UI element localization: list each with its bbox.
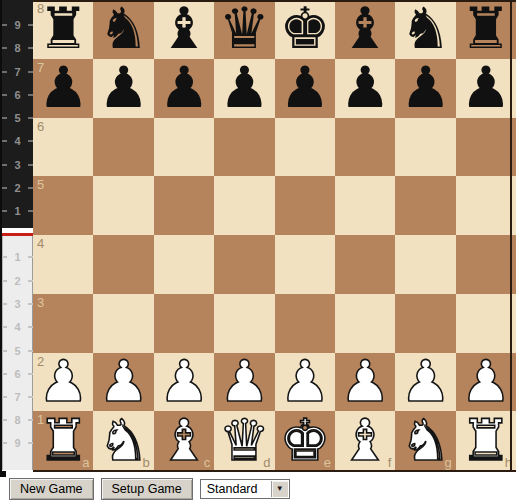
piece-black-knight[interactable]: ♞ bbox=[400, 0, 451, 57]
board-border-top bbox=[33, 0, 516, 2]
chess-app-window: 987654321123456789 8♜♞♝♛♚♝♞♜7♟♟♟♟♟♟♟♟654… bbox=[0, 0, 516, 500]
square-f5[interactable] bbox=[335, 176, 395, 235]
square-d4[interactable] bbox=[214, 235, 274, 294]
piece-white-pawn[interactable]: ♟ bbox=[158, 353, 209, 410]
square-h7[interactable]: ♟ bbox=[456, 59, 516, 118]
square-a5[interactable]: 5 bbox=[33, 176, 93, 235]
new-game-button[interactable]: New Game bbox=[9, 478, 94, 500]
square-b4[interactable] bbox=[93, 235, 153, 294]
square-h4[interactable] bbox=[456, 235, 516, 294]
square-f3[interactable] bbox=[335, 294, 395, 353]
chess-board-squares: 8♜♞♝♛♚♝♞♜7♟♟♟♟♟♟♟♟65432♟♟♟♟♟♟♟♟1a♜b♞c♝d♛… bbox=[33, 0, 516, 470]
square-h6[interactable] bbox=[456, 118, 516, 177]
toolbar: New Game Setup Game Standard ▼ bbox=[0, 477, 516, 500]
square-c3[interactable] bbox=[154, 294, 214, 353]
square-f1[interactable]: f♝ bbox=[335, 411, 395, 470]
square-c7[interactable]: ♟ bbox=[154, 59, 214, 118]
rank-label: 4 bbox=[37, 237, 44, 250]
square-h1[interactable]: h♜ bbox=[456, 411, 516, 470]
piece-black-pawn[interactable]: ♟ bbox=[400, 59, 451, 116]
square-b3[interactable] bbox=[93, 294, 153, 353]
square-a6[interactable]: 6 bbox=[33, 118, 93, 177]
square-d1[interactable]: d♛ bbox=[214, 411, 274, 470]
square-g1[interactable]: g♞ bbox=[395, 411, 455, 470]
square-d2[interactable]: ♟ bbox=[214, 353, 274, 412]
square-f4[interactable] bbox=[335, 235, 395, 294]
piece-white-rook[interactable]: ♜ bbox=[38, 411, 89, 468]
piece-black-pawn[interactable]: ♟ bbox=[340, 59, 391, 116]
piece-white-pawn[interactable]: ♟ bbox=[38, 353, 89, 410]
square-g5[interactable] bbox=[395, 176, 455, 235]
rank-label: 5 bbox=[37, 178, 44, 191]
square-g7[interactable]: ♟ bbox=[395, 59, 455, 118]
square-f6[interactable] bbox=[335, 118, 395, 177]
square-b1[interactable]: b♞ bbox=[93, 411, 153, 470]
square-a2[interactable]: 2♟ bbox=[33, 353, 93, 412]
piece-white-rook[interactable]: ♜ bbox=[460, 411, 511, 468]
square-e6[interactable] bbox=[275, 118, 335, 177]
board-border-bottom bbox=[33, 470, 516, 472]
square-e2[interactable]: ♟ bbox=[275, 353, 335, 412]
piece-white-pawn[interactable]: ♟ bbox=[460, 353, 511, 410]
square-h2[interactable]: ♟ bbox=[456, 353, 516, 412]
square-f8[interactable]: ♝ bbox=[335, 0, 395, 59]
square-c4[interactable] bbox=[154, 235, 214, 294]
square-f7[interactable]: ♟ bbox=[335, 59, 395, 118]
square-e7[interactable]: ♟ bbox=[275, 59, 335, 118]
square-c5[interactable] bbox=[154, 176, 214, 235]
piece-white-king[interactable]: ♚ bbox=[279, 411, 330, 468]
piece-black-queen[interactable]: ♛ bbox=[219, 0, 270, 57]
square-a7[interactable]: 7♟ bbox=[33, 59, 93, 118]
chess-board: 8♜♞♝♛♚♝♞♜7♟♟♟♟♟♟♟♟65432♟♟♟♟♟♟♟♟1a♜b♞c♝d♛… bbox=[33, 0, 516, 472]
square-a1[interactable]: 1a♜ bbox=[33, 411, 93, 470]
setup-game-button[interactable]: Setup Game bbox=[101, 478, 193, 500]
piece-black-pawn[interactable]: ♟ bbox=[98, 59, 149, 116]
variant-dropdown-value: Standard bbox=[207, 482, 258, 496]
square-c6[interactable] bbox=[154, 118, 214, 177]
piece-black-pawn[interactable]: ♟ bbox=[158, 59, 209, 116]
piece-black-rook[interactable]: ♜ bbox=[460, 0, 511, 57]
square-b7[interactable]: ♟ bbox=[93, 59, 153, 118]
square-d7[interactable]: ♟ bbox=[214, 59, 274, 118]
square-g6[interactable] bbox=[395, 118, 455, 177]
rank-label: 3 bbox=[37, 296, 44, 309]
square-d8[interactable]: ♛ bbox=[214, 0, 274, 59]
eval-bar: 987654321123456789 bbox=[2, 0, 33, 470]
square-a8[interactable]: 8♜ bbox=[33, 0, 93, 59]
piece-white-knight[interactable]: ♞ bbox=[400, 411, 451, 468]
piece-white-pawn[interactable]: ♟ bbox=[279, 353, 330, 410]
square-e5[interactable] bbox=[275, 176, 335, 235]
square-d5[interactable] bbox=[214, 176, 274, 235]
square-b5[interactable] bbox=[93, 176, 153, 235]
square-d3[interactable] bbox=[214, 294, 274, 353]
square-b6[interactable] bbox=[93, 118, 153, 177]
rank-label: 6 bbox=[37, 120, 44, 133]
piece-white-pawn[interactable]: ♟ bbox=[340, 353, 391, 410]
square-f2[interactable]: ♟ bbox=[335, 353, 395, 412]
piece-white-bishop[interactable]: ♝ bbox=[340, 411, 391, 468]
square-a3[interactable]: 3 bbox=[33, 294, 93, 353]
piece-white-queen[interactable]: ♛ bbox=[219, 411, 270, 468]
square-d6[interactable] bbox=[214, 118, 274, 177]
piece-black-king[interactable]: ♚ bbox=[279, 0, 330, 57]
eval-marker bbox=[2, 233, 33, 236]
square-e1[interactable]: e♚ bbox=[275, 411, 335, 470]
square-c1[interactable]: c♝ bbox=[154, 411, 214, 470]
square-h8[interactable]: ♜ bbox=[456, 0, 516, 59]
square-g4[interactable] bbox=[395, 235, 455, 294]
eval-bar-white-side bbox=[2, 236, 33, 470]
square-g8[interactable]: ♞ bbox=[395, 0, 455, 59]
piece-black-pawn[interactable]: ♟ bbox=[219, 59, 270, 116]
piece-black-rook[interactable]: ♜ bbox=[38, 0, 89, 57]
piece-black-bishop[interactable]: ♝ bbox=[340, 0, 391, 57]
piece-white-pawn[interactable]: ♟ bbox=[400, 353, 451, 410]
piece-black-bishop[interactable]: ♝ bbox=[158, 0, 209, 57]
piece-black-pawn[interactable]: ♟ bbox=[279, 59, 330, 116]
square-b8[interactable]: ♞ bbox=[93, 0, 153, 59]
square-e8[interactable]: ♚ bbox=[275, 0, 335, 59]
piece-white-knight[interactable]: ♞ bbox=[98, 411, 149, 468]
square-c2[interactable]: ♟ bbox=[154, 353, 214, 412]
square-h3[interactable] bbox=[456, 294, 516, 353]
square-a4[interactable]: 4 bbox=[33, 235, 93, 294]
chevron-down-icon[interactable]: ▼ bbox=[271, 481, 288, 497]
variant-dropdown[interactable]: Standard ▼ bbox=[200, 479, 290, 499]
board-border-right bbox=[510, 0, 512, 472]
square-c8[interactable]: ♝ bbox=[154, 0, 214, 59]
square-b2[interactable]: ♟ bbox=[93, 353, 153, 412]
piece-white-bishop[interactable]: ♝ bbox=[158, 411, 209, 468]
square-g2[interactable]: ♟ bbox=[395, 353, 455, 412]
square-e4[interactable] bbox=[275, 235, 335, 294]
square-e3[interactable] bbox=[275, 294, 335, 353]
piece-black-pawn[interactable]: ♟ bbox=[38, 59, 89, 116]
eval-bar-black-side bbox=[2, 0, 33, 228]
piece-black-pawn[interactable]: ♟ bbox=[460, 59, 511, 116]
piece-black-knight[interactable]: ♞ bbox=[98, 0, 149, 57]
square-h5[interactable] bbox=[456, 176, 516, 235]
piece-white-pawn[interactable]: ♟ bbox=[98, 353, 149, 410]
square-g3[interactable] bbox=[395, 294, 455, 353]
piece-white-pawn[interactable]: ♟ bbox=[219, 353, 270, 410]
